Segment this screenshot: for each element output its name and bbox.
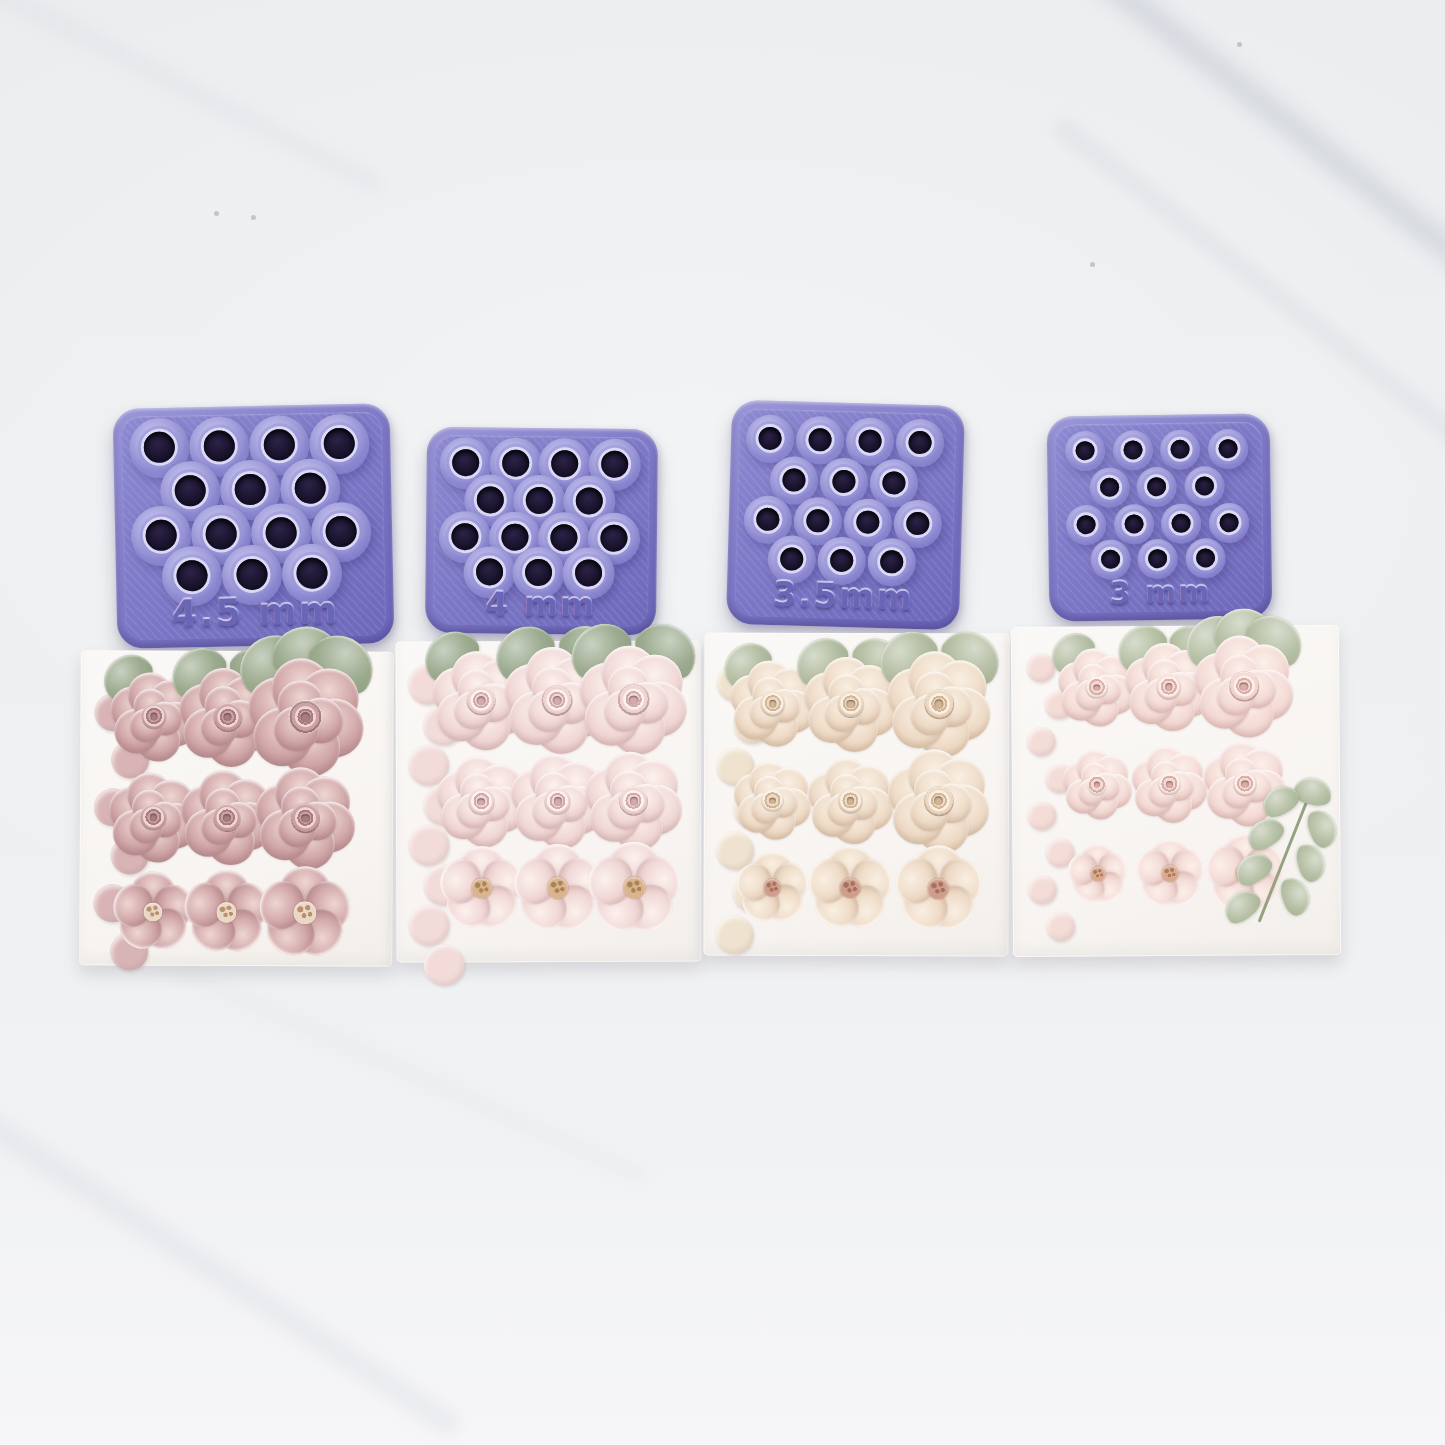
cutter-hole: [1184, 466, 1225, 507]
blossom-stamen-center: [840, 878, 861, 899]
blossom-flower: [735, 851, 809, 925]
cutter-hole-bore: [856, 511, 880, 535]
clay-dot: [1026, 727, 1055, 756]
blossom-stamen-center: [471, 878, 492, 899]
cutter-hole: [1209, 503, 1250, 544]
clay-dot: [1026, 653, 1055, 682]
cutter-hole-bore: [832, 469, 856, 493]
cutter-hole-bore: [1172, 514, 1191, 533]
cutter-hole-bore: [756, 508, 780, 532]
rose-core: [935, 700, 944, 709]
cutter-hole-bore: [882, 471, 906, 495]
rose-flower: [888, 653, 990, 755]
rose-core: [1093, 684, 1100, 691]
cutter-hole-bore: [205, 518, 237, 550]
cutter-hole-bore: [145, 519, 177, 551]
cutter-hole-bore: [174, 475, 206, 507]
cutter-hole-bore: [1124, 514, 1143, 533]
cutter-hole-bore: [1100, 478, 1119, 497]
blossom-flower: [894, 844, 982, 932]
cutter-hole-bore: [325, 516, 357, 548]
cutter-hole-bore: [1101, 550, 1120, 569]
cutter-4-5mm: 4.5 mm: [113, 403, 395, 649]
rose-core: [847, 797, 855, 805]
cutter-hole-bore: [265, 517, 297, 549]
cutter-size-label: 4.5 mm: [116, 588, 394, 637]
rose-core: [847, 700, 855, 708]
rose-core: [1166, 781, 1173, 788]
blossom-flower: [1067, 843, 1129, 905]
blossom-stamen-center: [293, 901, 316, 924]
cutter-size-label: 3 mm: [1049, 573, 1272, 611]
rose-flower: [1063, 751, 1131, 819]
cutter-hole-bore: [502, 449, 529, 476]
rose-flower: [889, 751, 989, 851]
cutter-hole-bore: [203, 431, 235, 463]
cutter-hole-bore: [525, 559, 552, 586]
rose-core: [629, 695, 639, 705]
clay-tile-1: [79, 650, 394, 967]
blossom-flower: [112, 871, 194, 953]
cutter-hole: [1113, 504, 1154, 545]
dust-speck: [1090, 262, 1095, 267]
rose-core: [1165, 683, 1173, 691]
blossom-flower: [807, 845, 893, 931]
cutter-hole-bore: [809, 428, 833, 452]
scene: 4.5 mm 4 mm 3.5mm 3 mm: [0, 0, 1445, 1445]
dust-speck: [214, 211, 219, 216]
cutter-hole-bore: [859, 430, 883, 454]
cutter-hole-bore: [323, 428, 355, 460]
cutter-hole-bore: [1196, 548, 1215, 567]
cutter-hole-bore: [575, 559, 602, 586]
cutter-size-label: 3.5mm: [726, 573, 960, 619]
rose-core: [301, 814, 310, 823]
cutter-hole-bore: [600, 524, 627, 551]
clay-tile-2: [395, 640, 701, 962]
cutter-hole-bore: [477, 486, 504, 513]
cutter-hole-bore: [1219, 513, 1238, 532]
cutter-hole: [1185, 538, 1226, 579]
rose-core: [553, 797, 561, 805]
rose-core: [630, 797, 639, 806]
cutter-hole-bore: [906, 512, 930, 536]
rose-flower: [1132, 747, 1207, 822]
cutter-hole: [1160, 430, 1201, 471]
rose-flower: [256, 769, 355, 868]
cutter-hole: [1161, 504, 1202, 545]
sprig-leaf: [1292, 774, 1335, 809]
cutter-hole-bore: [575, 487, 602, 514]
cutter-hole-bore: [806, 509, 830, 533]
cutter-hole-bore: [551, 450, 578, 477]
cutter-hole: [1137, 467, 1178, 508]
cutter-hole-bore: [501, 523, 528, 550]
rose-flower: [586, 753, 682, 849]
cutter-hole-bore: [526, 486, 553, 513]
cutter-hole-bore: [1075, 441, 1094, 460]
cutter-hole-bore: [783, 468, 807, 492]
cutter-hole-bore: [476, 558, 503, 585]
rose-core: [1241, 780, 1248, 787]
clay-tile-4: [1011, 625, 1341, 957]
blossom-flower: [258, 866, 352, 960]
clay-dot: [1027, 875, 1056, 904]
cutter-hole-bore: [759, 427, 783, 451]
cutter-hole-bore: [296, 558, 328, 590]
cutter-hole-bore: [601, 450, 628, 477]
dust-speck: [251, 215, 256, 220]
cutter-hole-bore: [550, 524, 577, 551]
blossom-stamen-center: [928, 878, 949, 899]
cutter-hole-bore: [1171, 440, 1190, 459]
blossom-stamen-center: [216, 902, 237, 923]
cutter-hole-bore: [1148, 549, 1167, 568]
cutter-hole-bore: [1147, 477, 1166, 496]
cutter-size-label: 4 mm: [425, 583, 656, 624]
cutter-hole: [1112, 430, 1153, 471]
cutter-4mm: 4 mm: [425, 427, 658, 635]
cutter-hole: [1138, 539, 1179, 580]
cutter-hole-bore: [143, 432, 175, 464]
cutter-hole-bore: [880, 550, 904, 574]
cutter-hole-bore: [1123, 441, 1142, 460]
clay-dot: [1046, 912, 1075, 941]
cutter-hole: [1208, 429, 1249, 470]
rose-core: [477, 696, 486, 705]
cutter-hole-bore: [1218, 439, 1237, 458]
dust-speck: [1237, 42, 1242, 47]
cutter-hole-bore: [1076, 515, 1095, 534]
blossom-stamen-center: [1090, 867, 1105, 882]
cutter-hole-bore: [780, 547, 804, 571]
cutter-hole-bore: [452, 449, 479, 476]
cutter-hole-bore: [830, 548, 854, 572]
cutter-hole-bore: [236, 559, 268, 591]
cutter-hole-bore: [234, 474, 266, 506]
cutter-hole-bore: [451, 523, 478, 550]
cutter-hole: [1065, 431, 1106, 472]
cutter-hole-bore: [1195, 477, 1214, 496]
rose-flower: [1195, 637, 1294, 736]
cutter-hole-bore: [176, 560, 208, 592]
blossom-stamen-center: [1162, 865, 1179, 882]
rose-flower: [808, 759, 892, 843]
clay-tile-3: [703, 632, 1009, 956]
cutter-hole: [1090, 539, 1131, 580]
cutter-hole-bore: [294, 473, 326, 505]
rose-flower: [580, 647, 686, 753]
cutter-3-5mm: 3.5mm: [726, 400, 965, 630]
cutter-hole-bore: [263, 429, 295, 461]
cutter-3mm: 3 mm: [1047, 413, 1273, 621]
rose-flower: [734, 763, 810, 839]
cutter-hole-bore: [908, 431, 932, 455]
clay-dot: [1027, 801, 1056, 830]
blossom-flower: [587, 841, 681, 935]
rose-flower: [249, 660, 364, 775]
cutter-hole: [1066, 505, 1107, 546]
blossom-flower: [1135, 838, 1205, 908]
cutter-hole: [1089, 468, 1130, 509]
